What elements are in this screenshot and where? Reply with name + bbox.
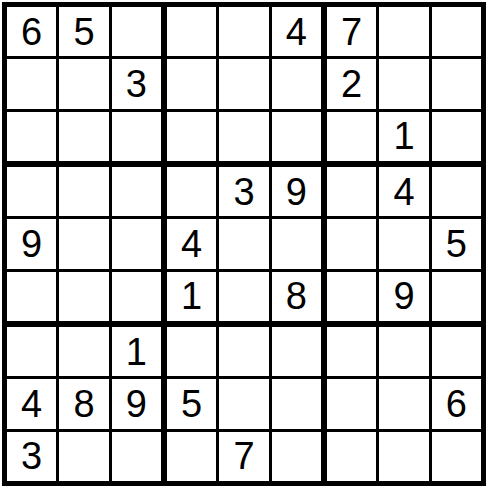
- cell-r5c6[interactable]: [272, 219, 321, 268]
- cell-r1c1[interactable]: 6: [7, 7, 56, 56]
- cell-r9c8[interactable]: [379, 432, 428, 481]
- block-2-3: 459: [327, 167, 481, 321]
- cell-r9c3[interactable]: [112, 432, 161, 481]
- cell-r4c5[interactable]: 3: [219, 167, 268, 216]
- cell-r5c1[interactable]: 9: [7, 219, 56, 268]
- cell-r6c3[interactable]: [112, 272, 161, 321]
- cell-r3c9[interactable]: [432, 112, 481, 161]
- cell-r8c5[interactable]: [219, 379, 268, 428]
- cell-r2c2[interactable]: [59, 59, 108, 108]
- cell-r4c9[interactable]: [432, 167, 481, 216]
- cell-r2c5[interactable]: [219, 59, 268, 108]
- cell-r8c7[interactable]: [327, 379, 376, 428]
- cell-r6c2[interactable]: [59, 272, 108, 321]
- cell-r7c5[interactable]: [219, 327, 268, 376]
- cell-r3c1[interactable]: [7, 112, 56, 161]
- cell-r3c3[interactable]: [112, 112, 161, 161]
- cell-r2c4[interactable]: [167, 59, 216, 108]
- cell-r3c4[interactable]: [167, 112, 216, 161]
- cell-r7c2[interactable]: [59, 327, 108, 376]
- cell-r3c5[interactable]: [219, 112, 268, 161]
- cell-r4c1[interactable]: [7, 167, 56, 216]
- cell-r9c5[interactable]: 7: [219, 432, 268, 481]
- cell-r6c1[interactable]: [7, 272, 56, 321]
- cell-r2c6[interactable]: [272, 59, 321, 108]
- cell-r2c1[interactable]: [7, 59, 56, 108]
- block-1-2: 4: [167, 7, 321, 161]
- cell-r7c8[interactable]: [379, 327, 428, 376]
- cell-r7c9[interactable]: [432, 327, 481, 376]
- cell-r4c7[interactable]: [327, 167, 376, 216]
- cell-r6c6[interactable]: 8: [272, 272, 321, 321]
- sudoku-page: 653472193941845914893576: [0, 0, 488, 488]
- cell-r8c6[interactable]: [272, 379, 321, 428]
- cell-r9c2[interactable]: [59, 432, 108, 481]
- cell-r8c3[interactable]: 9: [112, 379, 161, 428]
- cell-r8c2[interactable]: 8: [59, 379, 108, 428]
- cell-r5c4[interactable]: 4: [167, 219, 216, 268]
- cell-r1c4[interactable]: [167, 7, 216, 56]
- cell-r7c7[interactable]: [327, 327, 376, 376]
- cell-r7c6[interactable]: [272, 327, 321, 376]
- cell-r2c9[interactable]: [432, 59, 481, 108]
- cell-r4c3[interactable]: [112, 167, 161, 216]
- block-2-2: 39418: [167, 167, 321, 321]
- cell-r3c7[interactable]: [327, 112, 376, 161]
- cell-r6c9[interactable]: [432, 272, 481, 321]
- cell-r1c3[interactable]: [112, 7, 161, 56]
- cell-r1c2[interactable]: 5: [59, 7, 108, 56]
- cell-r1c6[interactable]: 4: [272, 7, 321, 56]
- cell-r6c4[interactable]: 1: [167, 272, 216, 321]
- block-3-2: 57: [167, 327, 321, 481]
- cell-r4c2[interactable]: [59, 167, 108, 216]
- block-2-1: 9: [7, 167, 161, 321]
- cell-r2c3[interactable]: 3: [112, 59, 161, 108]
- cell-r9c6[interactable]: [272, 432, 321, 481]
- cell-r4c8[interactable]: 4: [379, 167, 428, 216]
- cell-r8c1[interactable]: 4: [7, 379, 56, 428]
- cell-r3c8[interactable]: 1: [379, 112, 428, 161]
- cell-r9c1[interactable]: 3: [7, 432, 56, 481]
- cell-r3c6[interactable]: [272, 112, 321, 161]
- cell-r8c9[interactable]: 6: [432, 379, 481, 428]
- cell-r9c7[interactable]: [327, 432, 376, 481]
- cell-r6c8[interactable]: 9: [379, 272, 428, 321]
- block-1-3: 721: [327, 7, 481, 161]
- cell-r7c1[interactable]: [7, 327, 56, 376]
- cell-r6c7[interactable]: [327, 272, 376, 321]
- sudoku-board: 653472193941845914893576: [2, 2, 486, 486]
- cell-r2c8[interactable]: [379, 59, 428, 108]
- cell-r1c8[interactable]: [379, 7, 428, 56]
- cell-r9c4[interactable]: [167, 432, 216, 481]
- block-1-1: 653: [7, 7, 161, 161]
- cell-r1c5[interactable]: [219, 7, 268, 56]
- cell-r7c4[interactable]: [167, 327, 216, 376]
- cell-r6c5[interactable]: [219, 272, 268, 321]
- cell-r5c8[interactable]: [379, 219, 428, 268]
- cell-r2c7[interactable]: 2: [327, 59, 376, 108]
- cell-r1c7[interactable]: 7: [327, 7, 376, 56]
- block-3-1: 14893: [7, 327, 161, 481]
- cell-r7c3[interactable]: 1: [112, 327, 161, 376]
- cell-r3c2[interactable]: [59, 112, 108, 161]
- cell-r8c4[interactable]: 5: [167, 379, 216, 428]
- cell-r4c6[interactable]: 9: [272, 167, 321, 216]
- cell-r8c8[interactable]: [379, 379, 428, 428]
- block-3-3: 6: [327, 327, 481, 481]
- cell-r5c3[interactable]: [112, 219, 161, 268]
- cell-r1c9[interactable]: [432, 7, 481, 56]
- cell-r5c2[interactable]: [59, 219, 108, 268]
- cell-r4c4[interactable]: [167, 167, 216, 216]
- cell-r5c7[interactable]: [327, 219, 376, 268]
- cell-r9c9[interactable]: [432, 432, 481, 481]
- cell-r5c9[interactable]: 5: [432, 219, 481, 268]
- cell-r5c5[interactable]: [219, 219, 268, 268]
